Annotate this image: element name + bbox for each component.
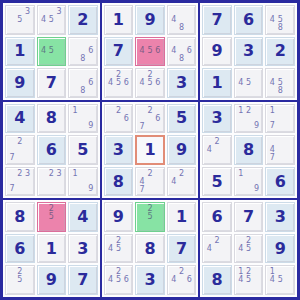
candidates: 47 — [268, 138, 292, 162]
cell-value: 3 — [77, 241, 88, 257]
candidate-digit — [146, 123, 154, 131]
candidates: 68 — [71, 40, 95, 64]
candidate-digit: 9 — [87, 122, 95, 130]
cell-r8c4[interactable]: 245 — [104, 234, 134, 264]
cell-value: 3 — [176, 75, 187, 91]
cell-r9c2[interactable]: 9 — [37, 265, 67, 295]
candidate-digit: 8 — [178, 55, 186, 63]
cell-r8c6[interactable]: 7 — [167, 234, 197, 264]
cell-r8c3[interactable]: 3 — [68, 234, 98, 264]
cell-value: 8 — [212, 272, 223, 288]
candidates: 48 — [170, 8, 194, 32]
candidate-digit — [79, 71, 87, 79]
candidates: 2456 — [107, 268, 131, 292]
cell-r4c1[interactable]: 4 — [5, 104, 35, 134]
candidate-digit: 5 — [245, 245, 253, 253]
candidate-digit: 5 — [47, 47, 55, 55]
candidate-digit — [185, 186, 193, 194]
cell-r3c7[interactable]: 1 — [202, 68, 232, 98]
cell-r8c7[interactable]: 24 — [202, 234, 232, 264]
cell-value: 5 — [176, 110, 187, 126]
cell-r4c6[interactable]: 5 — [167, 104, 197, 134]
candidate-digit — [40, 55, 48, 63]
cell-r2c2[interactable]: 45 — [37, 37, 67, 67]
candidate-digit — [8, 8, 16, 16]
candidates: 25 — [40, 205, 64, 229]
candidate-digit — [237, 178, 245, 186]
candidate-digit: 6 — [122, 276, 130, 284]
candidate-digit — [138, 221, 146, 229]
candidates: 345 — [40, 8, 64, 32]
candidate-digit — [71, 79, 79, 87]
candidate-digit — [185, 24, 193, 32]
candidate-digit — [79, 40, 87, 48]
candidate-digit: 8 — [79, 87, 87, 95]
candidate-digit: 6 — [154, 79, 162, 87]
cell-r1c6[interactable]: 48 — [167, 5, 197, 35]
candidate-digit — [138, 87, 146, 95]
candidate-digit — [213, 146, 221, 154]
candidate-digit: 6 — [185, 276, 193, 284]
candidate-digit — [122, 253, 130, 261]
candidate-digit: 2 — [16, 138, 24, 146]
candidate-digit — [71, 40, 79, 48]
box-3-2: 92512458724563246 — [101, 199, 200, 298]
candidate-digit — [245, 115, 253, 123]
cell-value: 9 — [144, 12, 155, 28]
candidate-digit — [185, 284, 193, 292]
candidates: 27 — [8, 138, 32, 162]
cell-r1c3[interactable]: 2 — [68, 5, 98, 35]
candidate-digit: 7 — [138, 123, 146, 131]
candidate-digit — [284, 8, 292, 16]
cell-r2c9[interactable]: 2 — [265, 37, 295, 67]
candidate-digit — [237, 284, 245, 292]
candidate-digit — [276, 154, 284, 162]
cell-value: 3 — [113, 142, 124, 158]
candidate-digit — [16, 154, 24, 162]
candidate-digit — [178, 284, 186, 292]
candidate-digit — [47, 186, 55, 194]
cell-r4c9[interactable]: 17 — [265, 104, 295, 134]
candidate-digit — [253, 237, 261, 245]
candidate-digit: 9 — [87, 185, 95, 193]
candidate-digit — [55, 205, 63, 213]
candidate-digit — [221, 253, 229, 261]
candidates: 458 — [268, 71, 292, 95]
candidate-digit: 8 — [178, 24, 186, 32]
candidate-digit — [40, 221, 48, 229]
candidate-digit: 1 — [71, 170, 79, 178]
candidate-digit — [40, 205, 48, 213]
cell-value: 1 — [212, 75, 223, 91]
candidate-digit — [138, 55, 146, 63]
candidates: 25 — [138, 205, 162, 229]
candidate-digit — [122, 87, 130, 95]
cell-r7c5[interactable]: 25 — [135, 202, 165, 232]
cell-r7c6[interactable]: 1 — [167, 202, 197, 232]
candidate-digit — [154, 213, 162, 221]
candidate-digit: 1 — [71, 107, 79, 115]
cell-r7c4[interactable]: 9 — [104, 202, 134, 232]
cell-value: 3 — [212, 110, 223, 126]
cell-r6c5[interactable]: 247 — [135, 167, 165, 197]
cell-r5c2[interactable]: 6 — [37, 135, 67, 165]
cell-r7c7[interactable]: 6 — [202, 202, 232, 232]
box-2-2: 262675319824724 — [101, 101, 200, 200]
candidate-digit — [146, 115, 154, 123]
candidate-digit — [24, 268, 32, 276]
candidates: 468 — [170, 40, 194, 64]
candidate-digit: 5 — [276, 276, 284, 284]
cell-r6c1[interactable]: 237 — [5, 167, 35, 197]
cell-r2c1[interactable]: 1 — [5, 37, 35, 67]
candidate-digit — [55, 178, 63, 186]
candidate-digit — [284, 122, 292, 130]
candidate-digit — [237, 253, 245, 261]
cell-r1c1[interactable]: 35 — [5, 5, 35, 35]
candidates: 245 — [237, 237, 261, 261]
candidates: 26 — [107, 107, 131, 131]
candidate-digit — [8, 284, 16, 292]
cell-r8c1[interactable]: 6 — [5, 234, 35, 264]
candidate-digit — [154, 186, 162, 194]
candidate-digit — [24, 146, 32, 154]
candidate-digit — [178, 276, 186, 284]
candidate-digit — [40, 186, 48, 194]
candidate-digit — [268, 24, 276, 32]
cell-r1c4[interactable]: 1 — [104, 5, 134, 35]
cell-r6c7[interactable]: 5 — [202, 167, 232, 197]
candidate-digit — [24, 284, 32, 292]
cell-r3c9[interactable]: 458 — [265, 68, 295, 98]
candidate-digit — [115, 115, 123, 123]
cell-r5c1[interactable]: 27 — [5, 135, 35, 165]
cell-value: 8 — [144, 241, 155, 257]
cell-r2c8[interactable]: 3 — [234, 37, 264, 67]
candidate-digit — [122, 284, 130, 292]
candidates: 19 — [71, 170, 95, 194]
cell-r3c1[interactable]: 9 — [5, 68, 35, 98]
cell-r1c5[interactable]: 9 — [135, 5, 165, 35]
candidates: 24 — [205, 138, 229, 162]
candidate-digit — [55, 221, 63, 229]
candidate-digit — [284, 115, 292, 123]
cell-r3c6[interactable]: 3 — [167, 68, 197, 98]
cell-r2c6[interactable]: 468 — [167, 37, 197, 67]
candidate-digit — [276, 138, 284, 146]
candidate-digit — [79, 170, 87, 178]
candidate-digit — [138, 205, 146, 213]
candidate-digit: 4 — [237, 79, 245, 87]
candidate-digit: 6 — [154, 47, 162, 55]
candidate-digit — [284, 79, 292, 87]
candidate-digit — [40, 170, 48, 178]
candidate-digit: 1 — [237, 170, 245, 178]
candidates: 35 — [8, 8, 32, 32]
cell-r8c8[interactable]: 245 — [234, 234, 264, 264]
cell-r5c9[interactable]: 47 — [265, 135, 295, 165]
candidate-digit: 5 — [16, 16, 24, 24]
candidates: 458 — [268, 8, 292, 32]
cell-r3c2[interactable]: 7 — [37, 68, 67, 98]
cell-r9c7[interactable]: 8 — [202, 265, 232, 295]
cell-r1c2[interactable]: 345 — [37, 5, 67, 35]
candidate-digit: 7 — [8, 185, 16, 193]
candidate-digit — [253, 87, 261, 95]
cell-r8c9[interactable]: 9 — [265, 234, 295, 264]
candidate-digit — [8, 138, 16, 146]
candidate-digit: 3 — [24, 170, 32, 178]
candidate-digit — [253, 284, 261, 292]
candidate-digit — [213, 253, 221, 261]
cell-r5c3[interactable]: 5 — [68, 135, 98, 165]
cell-value: 7 — [243, 209, 254, 225]
candidate-digit — [237, 87, 245, 95]
cell-r5c4[interactable]: 3 — [104, 135, 134, 165]
cell-r4c7[interactable]: 3 — [202, 104, 232, 134]
box-2-1: 481927652372319 — [2, 101, 101, 200]
candidate-digit — [185, 8, 193, 16]
candidate-digit — [170, 284, 178, 292]
candidate-digit — [170, 55, 178, 63]
cell-r5c6[interactable]: 9 — [167, 135, 197, 165]
cell-r7c2[interactable]: 25 — [37, 202, 67, 232]
candidate-digit — [87, 55, 95, 63]
cell-r6c8[interactable]: 19 — [234, 167, 264, 197]
candidate-digit — [79, 122, 87, 130]
candidate-digit — [276, 115, 284, 123]
cell-r1c7[interactable]: 7 — [202, 5, 232, 35]
candidate-digit — [284, 16, 292, 24]
candidate-digit — [178, 8, 186, 16]
cell-r6c4[interactable]: 8 — [104, 167, 134, 197]
candidates: 237 — [8, 170, 32, 194]
candidate-digit: 4 — [268, 16, 276, 24]
candidate-digit — [154, 123, 162, 131]
candidate-digit — [55, 186, 63, 194]
cell-r3c4[interactable]: 2456 — [104, 68, 134, 98]
cell-r5c5[interactable]: 1 — [135, 135, 165, 165]
candidate-digit: 5 — [115, 79, 123, 87]
candidate-digit: 5 — [47, 213, 55, 221]
cell-value: 9 — [46, 272, 57, 288]
candidate-digit — [185, 178, 193, 186]
candidate-digit — [24, 16, 32, 24]
candidate-digit — [284, 146, 292, 154]
candidate-digit — [8, 276, 16, 284]
candidate-digit: 6 — [122, 79, 130, 87]
cell-value: 1 — [46, 241, 57, 257]
cell-r8c5[interactable]: 8 — [135, 234, 165, 264]
cell-r7c1[interactable]: 8 — [5, 202, 35, 232]
candidate-digit — [146, 87, 154, 95]
sudoku-board: 3534521456897681948745646824562456376458… — [0, 0, 300, 300]
cell-value: 1 — [176, 209, 187, 225]
candidate-digit — [71, 55, 79, 63]
candidate-digit: 8 — [276, 24, 284, 32]
cell-r4c4[interactable]: 26 — [104, 104, 134, 134]
candidate-digit — [87, 107, 95, 115]
cell-value: 1 — [144, 142, 155, 158]
candidate-digit — [146, 186, 154, 194]
candidate-digit: 4 — [107, 79, 115, 87]
candidate-digit — [185, 55, 193, 63]
candidate-digit — [205, 253, 213, 261]
candidate-digit: 6 — [154, 115, 162, 123]
cell-r7c8[interactable]: 7 — [234, 202, 264, 232]
candidate-digit — [71, 87, 79, 95]
candidate-digit: 4 — [138, 79, 146, 87]
candidate-digit — [276, 122, 284, 130]
cell-r7c9[interactable]: 3 — [265, 202, 295, 232]
candidate-digit: 8 — [79, 55, 87, 63]
cell-r6c9[interactable]: 6 — [265, 167, 295, 197]
cell-value: 3 — [243, 43, 254, 59]
candidate-digit — [213, 245, 221, 253]
candidate-digit: 3 — [55, 8, 63, 16]
cell-value: 8 — [243, 142, 254, 158]
cell-r3c8[interactable]: 45 — [234, 68, 264, 98]
candidate-digit: 5 — [115, 245, 123, 253]
cell-value: 7 — [77, 272, 88, 288]
cell-r5c8[interactable]: 8 — [234, 135, 264, 165]
box-1-2: 19487456468245624563 — [101, 2, 200, 101]
candidate-digit — [221, 138, 229, 146]
candidates: 45 — [40, 40, 64, 64]
candidate-digit — [55, 40, 63, 48]
candidate-digit — [55, 47, 63, 55]
cell-r6c2[interactable]: 23 — [37, 167, 67, 197]
cell-r5c7[interactable]: 24 — [202, 135, 232, 165]
cell-value: 7 — [113, 43, 124, 59]
cell-r2c7[interactable]: 9 — [202, 37, 232, 67]
candidate-digit — [284, 71, 292, 79]
candidate-digit — [146, 55, 154, 63]
candidate-digit: 8 — [276, 87, 284, 95]
cell-r2c3[interactable]: 68 — [68, 37, 98, 67]
cell-r4c3[interactable]: 19 — [68, 104, 98, 134]
candidate-digit — [8, 268, 16, 276]
candidate-digit — [107, 107, 115, 115]
candidate-digit — [276, 146, 284, 154]
cell-r7c3[interactable]: 4 — [68, 202, 98, 232]
box-2-3: 312917248475196 — [199, 101, 298, 200]
cell-r2c4[interactable]: 7 — [104, 37, 134, 67]
cell-r3c5[interactable]: 2456 — [135, 68, 165, 98]
candidates: 1245 — [237, 268, 261, 292]
candidate-digit — [178, 178, 186, 186]
candidate-digit: 6 — [185, 47, 193, 55]
candidate-digit — [154, 221, 162, 229]
candidate-digit — [107, 123, 115, 131]
candidate-digit — [253, 253, 261, 261]
candidate-digit — [253, 170, 261, 178]
cell-r1c8[interactable]: 6 — [234, 5, 264, 35]
cell-r4c5[interactable]: 267 — [135, 104, 165, 134]
cell-value: 8 — [113, 174, 124, 190]
candidate-digit — [154, 205, 162, 213]
cell-value: 4 — [14, 110, 25, 126]
candidate-digit — [115, 253, 123, 261]
candidate-digit: 6 — [87, 79, 95, 87]
cell-value: 2 — [275, 43, 286, 59]
cell-r9c4[interactable]: 2456 — [104, 265, 134, 295]
cell-r9c5[interactable]: 3 — [135, 265, 165, 295]
candidate-digit: 4 — [107, 276, 115, 284]
candidate-digit — [146, 178, 154, 186]
cell-value: 7 — [212, 12, 223, 28]
candidate-digit — [40, 213, 48, 221]
cell-value: 7 — [46, 75, 57, 91]
candidate-digit — [47, 24, 55, 32]
candidate-digit: 4 — [170, 178, 178, 186]
candidates: 68 — [71, 71, 95, 95]
candidate-digit — [237, 185, 245, 193]
candidate-digit: 6 — [87, 47, 95, 55]
candidate-digit — [284, 107, 292, 115]
cell-r9c6[interactable]: 246 — [167, 265, 197, 295]
candidate-digit — [178, 186, 186, 194]
candidate-digit — [245, 178, 253, 186]
candidate-digit: 5 — [245, 276, 253, 284]
candidates: 456 — [138, 40, 162, 64]
candidate-digit — [154, 87, 162, 95]
cell-r4c8[interactable]: 129 — [234, 104, 264, 134]
candidate-digit — [115, 123, 123, 131]
cell-r9c8[interactable]: 1245 — [234, 265, 264, 295]
candidate-digit — [107, 87, 115, 95]
cell-r3c3[interactable]: 68 — [68, 68, 98, 98]
cell-r9c9[interactable]: 145 — [265, 265, 295, 295]
candidate-digit: 4 — [107, 245, 115, 253]
cell-r4c2[interactable]: 8 — [37, 104, 67, 134]
candidate-digit — [221, 245, 229, 253]
candidate-digit — [284, 24, 292, 32]
candidate-digit — [79, 115, 87, 123]
candidate-digit — [185, 16, 193, 24]
cell-r2c5[interactable]: 456 — [135, 37, 165, 67]
candidate-digit — [284, 276, 292, 284]
cell-r6c3[interactable]: 19 — [68, 167, 98, 197]
candidate-digit — [79, 185, 87, 193]
candidate-digit: 1 — [237, 107, 245, 115]
candidate-digit — [16, 185, 24, 193]
cell-r1c9[interactable]: 458 — [265, 5, 295, 35]
cell-value: 7 — [176, 241, 187, 257]
candidate-digit — [87, 87, 95, 95]
candidate-digit: 4 — [138, 47, 146, 55]
candidate-digit — [122, 245, 130, 253]
candidate-digit: 4 — [237, 245, 245, 253]
candidate-digit — [24, 276, 32, 284]
candidate-digit — [115, 284, 123, 292]
candidates: 25 — [8, 268, 32, 292]
cell-value: 1 — [113, 12, 124, 28]
candidate-digit — [154, 170, 162, 178]
candidate-digit — [284, 87, 292, 95]
cell-r9c1[interactable]: 25 — [5, 265, 35, 295]
candidate-digit: 9 — [253, 122, 261, 130]
candidate-digit: 5 — [245, 79, 253, 87]
candidate-digit: 5 — [47, 16, 55, 24]
candidate-digit — [47, 178, 55, 186]
cell-r9c3[interactable]: 7 — [68, 265, 98, 295]
cell-r8c2[interactable]: 1 — [37, 234, 67, 264]
candidate-digit — [284, 284, 292, 292]
candidate-digit — [138, 107, 146, 115]
cell-r6c6[interactable]: 24 — [167, 167, 197, 197]
